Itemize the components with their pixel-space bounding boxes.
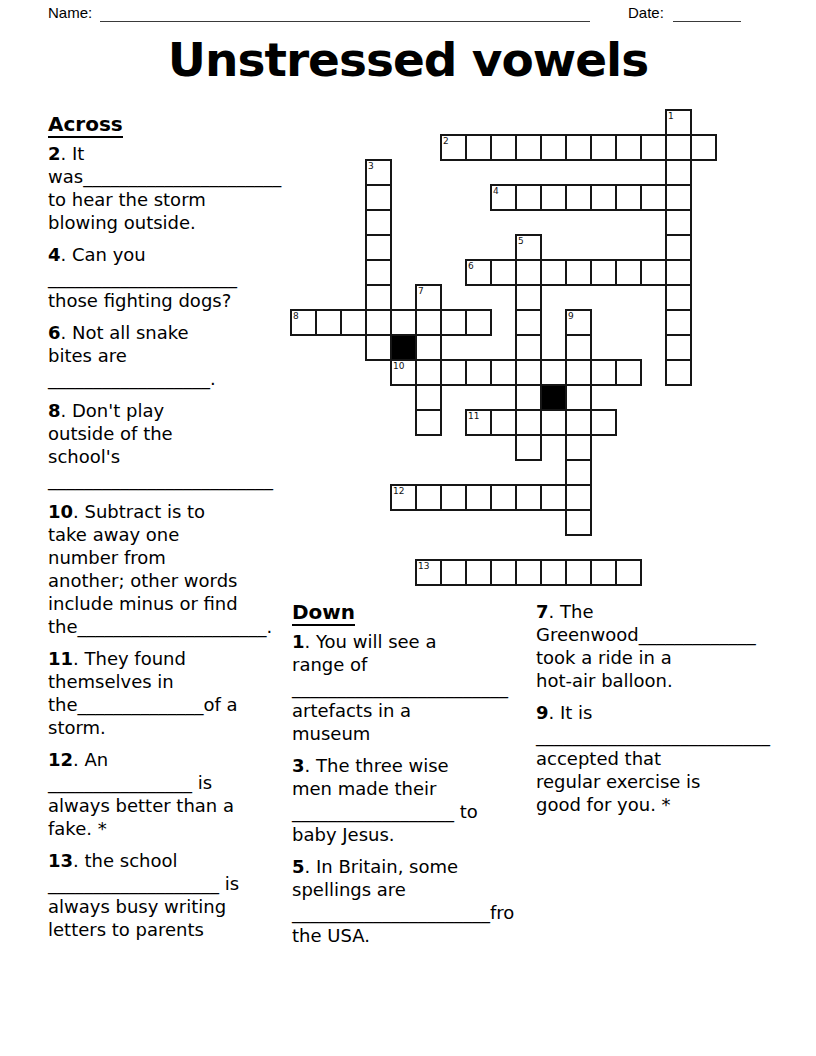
clue-number: 2	[48, 143, 61, 164]
grid-cell[interactable]	[565, 134, 592, 161]
name-blank-line[interactable]	[100, 5, 590, 22]
clue-text: Greenwood_____________	[536, 623, 782, 646]
grid-cell[interactable]	[540, 359, 567, 386]
across-clue-6: 6. Not all snake bites are _____________…	[48, 321, 290, 390]
grid-cell[interactable]	[465, 359, 492, 386]
clue-number: 3	[292, 755, 305, 776]
grid-cell[interactable]	[640, 184, 667, 211]
grid-cell[interactable]	[540, 259, 567, 286]
clue-text: __________________.	[48, 367, 290, 390]
name-label: Name:	[48, 4, 92, 21]
grid-cell[interactable]	[540, 484, 567, 511]
clue-text: __________________________	[536, 724, 782, 747]
down-clue-9: 9. It is __________________________ acce…	[536, 701, 782, 816]
grid-cell[interactable]	[565, 434, 592, 461]
clue-text: the_____________________.	[48, 615, 290, 638]
clue-text: to hear the storm	[48, 188, 290, 211]
clue-text: range of	[292, 653, 534, 676]
grid-cell[interactable]	[590, 259, 617, 286]
grid-cell[interactable]	[515, 134, 542, 161]
down-clue-3: 3. The three wise men made their _______…	[292, 754, 534, 846]
clue-text: good for you. *	[536, 793, 782, 816]
grid-cell[interactable]	[665, 309, 692, 336]
clue-number: 4	[48, 244, 61, 265]
clue-text: the______________of a	[48, 693, 290, 716]
grid-cell[interactable]	[365, 234, 392, 261]
clue-text: took a ride in a	[536, 646, 782, 669]
clue-text: the USA.	[292, 924, 534, 947]
grid-cell[interactable]	[390, 309, 417, 336]
down-clues-col2: 7. The Greenwood_____________ took a rid…	[536, 600, 782, 825]
across-clues: Across 2. It was______________________ t…	[48, 112, 290, 950]
grid-cell[interactable]	[465, 559, 492, 586]
grid-cell[interactable]	[590, 359, 617, 386]
cell-number: 1	[668, 112, 674, 121]
grid-cell[interactable]	[565, 559, 592, 586]
grid-cell[interactable]	[590, 134, 617, 161]
clue-text: always busy writing	[48, 895, 290, 918]
clue-text: take away one	[48, 523, 290, 546]
grid-cell[interactable]	[340, 309, 367, 336]
date-blank-line[interactable]	[673, 5, 741, 22]
grid-cell[interactable]	[465, 134, 492, 161]
clue-text: . They found	[73, 648, 186, 669]
clue-text: _________________________	[48, 468, 290, 491]
clue-number: 7	[536, 601, 549, 622]
clue-text: . You will see a	[305, 631, 437, 652]
grid-cell[interactable]	[365, 259, 392, 286]
grid-cell[interactable]	[665, 159, 692, 186]
grid-cell[interactable]	[490, 259, 517, 286]
grid-cell[interactable]	[665, 184, 692, 211]
clue-text: . the school	[73, 850, 177, 871]
clue-text: _____________________	[48, 266, 290, 289]
grid-cell[interactable]	[490, 409, 517, 436]
grid-cell[interactable]	[440, 309, 467, 336]
clue-text: accepted that	[536, 747, 782, 770]
down-clue-1: 1. You will see a range of _____________…	[292, 630, 534, 745]
across-clue-2: 2. It was______________________ to hear …	[48, 142, 290, 234]
clue-text: ______________________fro	[292, 901, 534, 924]
grid-cell[interactable]	[665, 284, 692, 311]
grid-cell[interactable]	[565, 334, 592, 361]
clue-text: . The three wise	[305, 755, 449, 776]
grid-cell[interactable]	[565, 459, 592, 486]
clue-text: outside of the	[48, 422, 290, 445]
clue-number: 11	[48, 648, 73, 669]
grid-cell[interactable]	[615, 184, 642, 211]
grid-cell[interactable]	[565, 259, 592, 286]
grid-cell[interactable]	[590, 184, 617, 211]
grid-cell[interactable]	[540, 409, 567, 436]
grid-cell[interactable]	[565, 384, 592, 411]
clue-number: 12	[48, 749, 73, 770]
grid-cell[interactable]	[440, 359, 467, 386]
grid-cell[interactable]	[565, 359, 592, 386]
cell-number: 3	[368, 162, 374, 171]
cell-number: 8	[293, 312, 299, 321]
clue-text: . Don't play	[61, 400, 165, 421]
across-clue-12: 12. An ________________ is always better…	[48, 748, 290, 840]
worksheet: { "header": { "name_label": "Name:", "da…	[0, 0, 816, 1056]
grid-cell[interactable]	[515, 334, 542, 361]
grid-cell[interactable]	[365, 284, 392, 311]
clue-text: another; other words	[48, 569, 290, 592]
grid-cell[interactable]	[415, 334, 442, 361]
clue-text: . It is	[549, 702, 593, 723]
clue-text: storm.	[48, 716, 290, 739]
grid-cell[interactable]	[540, 134, 567, 161]
cell-number: 12	[393, 487, 404, 496]
grid-cell[interactable]	[565, 184, 592, 211]
grid-cell[interactable]	[465, 309, 492, 336]
grid-cell[interactable]	[515, 384, 542, 411]
clue-text: spellings are	[292, 878, 534, 901]
grid-cell[interactable]	[615, 559, 642, 586]
clue-text: letters to parents	[48, 918, 290, 941]
grid-cell[interactable]	[540, 184, 567, 211]
grid-cell[interactable]	[490, 134, 517, 161]
grid-cell[interactable]	[515, 284, 542, 311]
across-clue-10: 10. Subtract is to take away one number …	[48, 500, 290, 638]
clue-text: . Not all snake	[61, 322, 189, 343]
grid-cell[interactable]	[415, 384, 442, 411]
grid-cell[interactable]	[565, 409, 592, 436]
grid-cell[interactable]	[415, 409, 442, 436]
clue-number: 9	[536, 702, 549, 723]
grid-cell-black	[540, 384, 567, 411]
across-clue-13: 13. the school ___________________ is al…	[48, 849, 290, 941]
grid-cell[interactable]	[665, 209, 692, 236]
grid-cell[interactable]	[515, 184, 542, 211]
grid-cell[interactable]	[690, 134, 717, 161]
clue-text: include minus or find	[48, 592, 290, 615]
clue-number: 5	[292, 856, 305, 877]
grid-cell[interactable]	[415, 309, 442, 336]
across-clue-8: 8. Don't play outside of the school's __…	[48, 399, 290, 491]
clue-number: 8	[48, 400, 61, 421]
cell-number: 9	[568, 312, 574, 321]
grid-cell[interactable]	[540, 559, 567, 586]
clue-text: bites are	[48, 344, 290, 367]
grid-cell[interactable]	[515, 484, 542, 511]
grid-cell[interactable]	[515, 409, 542, 436]
clue-text: . An	[73, 749, 108, 770]
date-label: Date:	[628, 4, 664, 21]
grid-cell[interactable]	[415, 484, 442, 511]
clue-text: baby Jesus.	[292, 823, 534, 846]
grid-cell[interactable]	[365, 209, 392, 236]
grid-cell[interactable]	[615, 134, 642, 161]
grid-cell[interactable]	[665, 234, 692, 261]
clue-text: those fighting dogs?	[48, 289, 290, 312]
clue-text: men made their	[292, 777, 534, 800]
cell-number: 11	[468, 412, 479, 421]
grid-cell[interactable]	[515, 559, 542, 586]
clue-number: 13	[48, 850, 73, 871]
clue-text: artefacts in a	[292, 699, 534, 722]
grid-cell[interactable]	[590, 559, 617, 586]
clue-text: number from	[48, 546, 290, 569]
clue-text: . Subtract is to	[73, 501, 205, 522]
clue-text: __________________ to	[292, 800, 534, 823]
cell-number: 2	[443, 137, 449, 146]
down-heading: Down	[292, 600, 534, 626]
grid-cell[interactable]	[640, 259, 667, 286]
grid-cell[interactable]	[590, 409, 617, 436]
across-clue-11: 11. They found themselves in the________…	[48, 647, 290, 739]
grid-cell[interactable]	[565, 484, 592, 511]
clue-number: 10	[48, 501, 73, 522]
grid-cell[interactable]	[515, 434, 542, 461]
grid-cell[interactable]	[515, 309, 542, 336]
clue-number: 1	[292, 631, 305, 652]
grid-cell[interactable]	[515, 259, 542, 286]
grid-cell[interactable]	[440, 559, 467, 586]
clue-text: . In Britain, some	[305, 856, 459, 877]
grid-cell[interactable]	[665, 259, 692, 286]
grid-cell[interactable]	[490, 484, 517, 511]
grid-cell[interactable]	[315, 309, 342, 336]
clue-text: . The	[549, 601, 594, 622]
grid-cell[interactable]	[365, 184, 392, 211]
clue-text: always better than a	[48, 794, 290, 817]
grid-cell[interactable]	[365, 334, 392, 361]
grid-cell[interactable]	[665, 334, 692, 361]
grid-cell[interactable]	[440, 484, 467, 511]
clue-text: fake. *	[48, 817, 290, 840]
clue-text: hot-air balloon.	[536, 669, 782, 692]
crossword-grid: 12345678910111213	[291, 110, 717, 586]
clue-number: 6	[48, 322, 61, 343]
grid-cell[interactable]	[665, 134, 692, 161]
grid-cell[interactable]	[465, 484, 492, 511]
grid-cell-black	[390, 334, 417, 361]
across-clue-4: 4. Can you _____________________ those f…	[48, 243, 290, 312]
clue-text: regular exercise is	[536, 770, 782, 793]
clue-text: museum	[292, 722, 534, 745]
cell-number: 5	[518, 237, 524, 246]
grid-cell[interactable]	[665, 359, 692, 386]
clue-text: ________________ is	[48, 771, 290, 794]
cell-number: 13	[418, 562, 429, 571]
cell-number: 4	[493, 187, 499, 196]
clue-text: . Can you	[61, 244, 146, 265]
across-heading: Across	[48, 112, 290, 138]
clue-text: was______________________	[48, 165, 290, 188]
clue-text: themselves in	[48, 670, 290, 693]
grid-cell[interactable]	[415, 359, 442, 386]
down-clues-col1: Down 1. You will see a range of ________…	[292, 600, 534, 956]
grid-cell[interactable]	[615, 359, 642, 386]
clue-text: ___________________ is	[48, 872, 290, 895]
down-clue-5: 5. In Britain, some spellings are ______…	[292, 855, 534, 947]
grid-cell[interactable]	[490, 559, 517, 586]
grid-cell[interactable]	[515, 359, 542, 386]
cell-number: 6	[468, 262, 474, 271]
down-clue-7: 7. The Greenwood_____________ took a rid…	[536, 600, 782, 692]
clue-text: ________________________	[292, 676, 534, 699]
page-title: Unstressed vowels	[0, 32, 816, 87]
grid-cell[interactable]	[615, 259, 642, 286]
cell-number: 10	[393, 362, 404, 371]
cell-number: 7	[418, 287, 424, 296]
grid-cell[interactable]	[490, 359, 517, 386]
grid-cell[interactable]	[640, 134, 667, 161]
clue-text: school's	[48, 445, 290, 468]
clue-text: blowing outside.	[48, 211, 290, 234]
grid-cell[interactable]	[565, 509, 592, 536]
clue-text: . It	[61, 143, 85, 164]
grid-cell[interactable]	[365, 309, 392, 336]
